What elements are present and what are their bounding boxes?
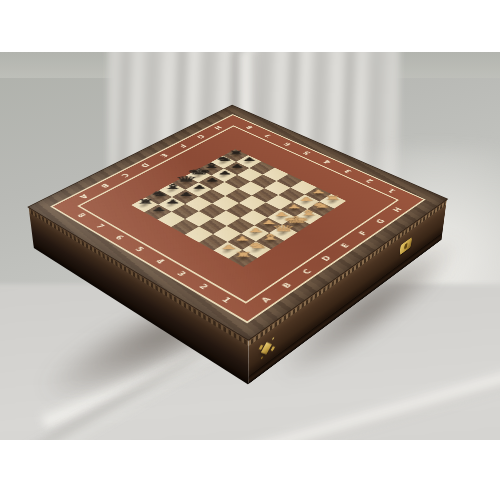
square-b2: ♟ bbox=[228, 234, 256, 250]
square-d1: ♛ bbox=[269, 225, 297, 241]
white-knight: ♞ bbox=[246, 242, 269, 250]
square-c5 bbox=[199, 204, 226, 219]
white-bishop: ♝ bbox=[259, 233, 283, 241]
white-pawn: ♟ bbox=[247, 228, 264, 234]
square-c3 bbox=[227, 218, 255, 234]
square-e3 bbox=[253, 202, 280, 217]
black-pawn: ♟ bbox=[242, 157, 257, 162]
black-rook: ♜ bbox=[136, 199, 156, 205]
white-pawn: ♟ bbox=[234, 236, 251, 242]
brass-ornament-icon bbox=[261, 342, 272, 355]
black-knight: ♞ bbox=[148, 191, 170, 198]
square-b3 bbox=[213, 226, 241, 242]
square-c1: ♝ bbox=[256, 233, 284, 249]
black-pawn: ♟ bbox=[204, 178, 220, 183]
black-pawn: ♟ bbox=[178, 192, 194, 197]
brass-clasp-icon bbox=[400, 237, 412, 255]
black-pawn: ♟ bbox=[191, 185, 207, 190]
black-pawn: ♟ bbox=[164, 199, 181, 204]
square-c2: ♟ bbox=[241, 225, 269, 241]
board-scene: ♜♞♝♛♚♝♞♜♟♟♟♟♟♟♟♟♟♟♟♟♟♟♟♟♜♞♝♛♚♝♞♜ ABCDEFG… bbox=[0, 52, 500, 440]
square-d4 bbox=[226, 203, 253, 218]
chess-box: ♜♞♝♛♚♝♞♜♟♟♟♟♟♟♟♟♟♟♟♟♟♟♟♟♜♞♝♛♚♝♞♜ ABCDEFG… bbox=[29, 105, 447, 339]
product-photo-canvas: ♜♞♝♛♚♝♞♜♟♟♟♟♟♟♟♟♟♟♟♟♟♟♟♟♜♞♝♛♚♝♞♜ ABCDEFG… bbox=[0, 0, 500, 500]
square-d3 bbox=[240, 210, 267, 225]
square-a7: ♟ bbox=[144, 205, 171, 220]
board-top: ♜♞♝♛♚♝♞♜♟♟♟♟♟♟♟♟♟♟♟♟♟♟♟♟♜♞♝♛♚♝♞♜ ABCDEFG… bbox=[29, 105, 447, 339]
black-pawn: ♟ bbox=[217, 171, 233, 176]
white-pawn: ♟ bbox=[220, 244, 237, 250]
white-king: ♚ bbox=[282, 216, 310, 225]
square-b1: ♞ bbox=[242, 241, 271, 258]
black-pawn: ♟ bbox=[229, 164, 244, 169]
coord-label: 7 bbox=[254, 129, 282, 143]
square-b6 bbox=[172, 204, 199, 219]
photo-background: ♜♞♝♛♚♝♞♜♟♟♟♟♟♟♟♟♟♟♟♟♟♟♟♟♜♞♝♛♚♝♞♜ ABCDEFG… bbox=[0, 52, 500, 440]
